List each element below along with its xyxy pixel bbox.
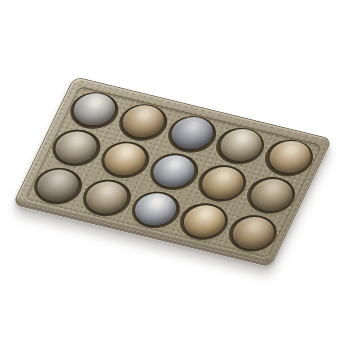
- dome: [32, 165, 85, 205]
- dome: [178, 201, 231, 241]
- baking-pan: [12, 76, 333, 268]
- cavity-r3c5: [222, 211, 284, 257]
- dome: [227, 213, 280, 253]
- cavity-r1c3: [161, 111, 223, 157]
- cavity-r2c4: [191, 161, 253, 207]
- cavity-field: [24, 86, 322, 259]
- dome: [50, 128, 103, 168]
- cavity-r3c1: [27, 163, 89, 209]
- cavity-r3c4: [173, 199, 235, 245]
- cavity-r2c2: [94, 137, 156, 183]
- dome: [263, 137, 316, 177]
- dome: [196, 163, 249, 203]
- dome: [245, 175, 298, 215]
- dome: [99, 139, 152, 179]
- photo-scene: [0, 0, 350, 350]
- dome: [166, 113, 219, 153]
- cavity-r2c5: [240, 173, 302, 219]
- dome: [214, 125, 267, 165]
- cavity-r1c1: [63, 88, 125, 134]
- dome: [129, 189, 182, 229]
- dome: [81, 177, 134, 217]
- dome: [117, 102, 170, 142]
- dome: [147, 151, 200, 191]
- cavity-r3c2: [76, 175, 138, 221]
- cavity-r3c3: [124, 187, 186, 233]
- cavity-r2c3: [143, 149, 205, 195]
- cavity-r1c2: [112, 100, 174, 146]
- cavity-r2c1: [45, 126, 107, 172]
- cavity-r1c5: [258, 135, 320, 181]
- cavity-r1c4: [210, 123, 272, 169]
- dome: [68, 90, 121, 130]
